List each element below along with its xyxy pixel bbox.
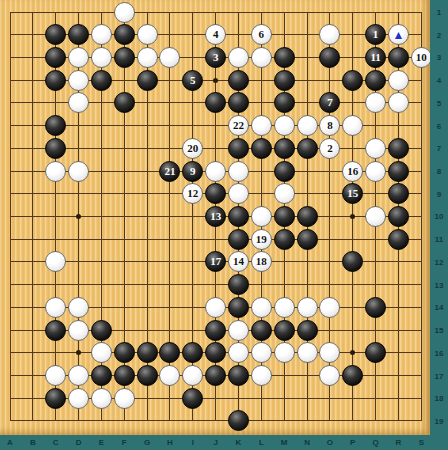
stone-P9[interactable]: 15 (342, 183, 363, 204)
stone-R3[interactable] (388, 47, 409, 68)
stone-J12[interactable]: 17 (205, 251, 226, 272)
stone-P17[interactable] (342, 365, 363, 386)
stone-K4[interactable] (228, 70, 249, 91)
stone-O16[interactable] (319, 342, 340, 363)
column-label-A: A (7, 438, 13, 447)
row-label-16: 16 (435, 348, 444, 357)
stone-K8[interactable] (228, 161, 249, 182)
stone-D4[interactable] (68, 70, 89, 91)
stone-C8[interactable] (45, 161, 66, 182)
stone-J16[interactable] (205, 342, 226, 363)
stone-J2[interactable]: 4 (205, 24, 226, 45)
stone-M8[interactable] (274, 161, 295, 182)
move-number-label: 6 (259, 29, 265, 40)
stone-N15[interactable] (297, 320, 318, 341)
stone-I7[interactable]: 20 (182, 138, 203, 159)
stone-C12[interactable] (45, 251, 66, 272)
stone-N11[interactable] (297, 229, 318, 250)
column-label-C: C (53, 438, 59, 447)
stone-C17[interactable] (45, 365, 66, 386)
stone-Q16[interactable] (365, 342, 386, 363)
stone-R4[interactable] (388, 70, 409, 91)
stone-O3[interactable] (319, 47, 340, 68)
move-number-label: 9 (190, 166, 196, 177)
move-number-label: 8 (327, 120, 333, 131)
row-label-17: 17 (435, 371, 444, 380)
stone-K6[interactable]: 22 (228, 115, 249, 136)
row-label-19: 19 (435, 416, 444, 425)
move-number-label: 15 (347, 188, 358, 199)
stone-E18[interactable] (91, 388, 112, 409)
star-point (350, 350, 355, 355)
stone-M5[interactable] (274, 92, 295, 113)
stone-I18[interactable] (182, 388, 203, 409)
row-label-1: 1 (437, 8, 441, 17)
stone-G4[interactable] (137, 70, 158, 91)
stone-D5[interactable] (68, 92, 89, 113)
row-label-18: 18 (435, 394, 444, 403)
stone-D3[interactable] (68, 47, 89, 68)
move-number-label: 1 (373, 29, 379, 40)
row-label-12: 12 (435, 257, 444, 266)
stone-P6[interactable] (342, 115, 363, 136)
stone-K14[interactable] (228, 297, 249, 318)
stone-M14[interactable] (274, 297, 295, 318)
stone-M10[interactable] (274, 206, 295, 227)
stone-Q14[interactable] (365, 297, 386, 318)
row-label-5: 5 (437, 98, 441, 107)
stone-G17[interactable] (137, 365, 158, 386)
grid-line-horizontal (10, 420, 421, 421)
grid-line-horizontal (10, 284, 421, 285)
stone-Q2[interactable]: 1 (365, 24, 386, 45)
move-number-label: 3 (213, 52, 219, 63)
stone-D2[interactable] (68, 24, 89, 45)
column-label-B: B (30, 438, 36, 447)
column-label-I: I (192, 438, 194, 447)
move-number-label: 22 (233, 120, 244, 131)
stone-P8[interactable]: 16 (342, 161, 363, 182)
stone-L2[interactable]: 6 (251, 24, 272, 45)
row-label-9: 9 (437, 189, 441, 198)
stone-F18[interactable] (114, 388, 135, 409)
stone-L11[interactable]: 19 (251, 229, 272, 250)
stone-C18[interactable] (45, 388, 66, 409)
stone-G16[interactable] (137, 342, 158, 363)
stone-D17[interactable] (68, 365, 89, 386)
stone-E16[interactable] (91, 342, 112, 363)
star-point (350, 214, 355, 219)
stone-O17[interactable] (319, 365, 340, 386)
stone-F1[interactable] (114, 2, 135, 23)
stone-K11[interactable] (228, 229, 249, 250)
stone-J5[interactable] (205, 92, 226, 113)
go-board[interactable]: 461▲31110572282022191612151319171418 (0, 0, 430, 436)
stone-R10[interactable] (388, 206, 409, 227)
row-label-10: 10 (435, 212, 444, 221)
stone-C7[interactable] (45, 138, 66, 159)
stone-H17[interactable] (159, 365, 180, 386)
stone-L12[interactable]: 18 (251, 251, 272, 272)
row-label-6: 6 (437, 121, 441, 130)
stone-G2[interactable] (137, 24, 158, 45)
stone-M7[interactable] (274, 138, 295, 159)
stone-H8[interactable]: 21 (159, 161, 180, 182)
row-label-11: 11 (435, 235, 443, 244)
stone-I17[interactable] (182, 365, 203, 386)
stone-R9[interactable] (388, 183, 409, 204)
grid-line-horizontal (10, 239, 421, 240)
row-label-2: 2 (437, 30, 441, 39)
grid-line-vertical (421, 12, 422, 421)
stone-K13[interactable] (228, 274, 249, 295)
column-label-N: N (304, 438, 310, 447)
stone-P4[interactable] (342, 70, 363, 91)
row-label-8: 8 (437, 167, 441, 176)
stone-L15[interactable] (251, 320, 272, 341)
stone-N14[interactable] (297, 297, 318, 318)
stone-K7[interactable] (228, 138, 249, 159)
move-number-label: 19 (256, 234, 267, 245)
stone-K17[interactable] (228, 365, 249, 386)
stone-E15[interactable] (91, 320, 112, 341)
stone-J9[interactable] (205, 183, 226, 204)
column-label-F: F (122, 438, 127, 447)
stone-D14[interactable] (68, 297, 89, 318)
stone-J17[interactable] (205, 365, 226, 386)
stone-Q7[interactable] (365, 138, 386, 159)
stone-N10[interactable] (297, 206, 318, 227)
column-label-Q: Q (372, 438, 378, 447)
stone-E17[interactable] (91, 365, 112, 386)
column-coordinate-strip: ABCDEFGHIJKLMNOPQRS (0, 435, 430, 450)
stone-L7[interactable] (251, 138, 272, 159)
stone-K3[interactable] (228, 47, 249, 68)
column-label-S: S (419, 438, 424, 447)
move-number-label: 10 (416, 52, 427, 63)
stone-M4[interactable] (274, 70, 295, 91)
move-number-label: 14 (233, 256, 244, 267)
stone-E2[interactable] (91, 24, 112, 45)
stone-J8[interactable] (205, 161, 226, 182)
stone-O7[interactable]: 2 (319, 138, 340, 159)
column-label-M: M (281, 438, 288, 447)
stone-F2[interactable] (114, 24, 135, 45)
stone-N7[interactable] (297, 138, 318, 159)
stone-Q4[interactable] (365, 70, 386, 91)
stone-K5[interactable] (228, 92, 249, 113)
move-number-label: 13 (210, 211, 221, 222)
stone-J3[interactable]: 3 (205, 47, 226, 68)
stone-C2[interactable] (45, 24, 66, 45)
stone-L17[interactable] (251, 365, 272, 386)
stone-I16[interactable] (182, 342, 203, 363)
row-label-4: 4 (437, 76, 441, 85)
move-number-label: 2 (327, 143, 333, 154)
stone-F16[interactable] (114, 342, 135, 363)
stone-K16[interactable] (228, 342, 249, 363)
stone-C15[interactable] (45, 320, 66, 341)
stone-K9[interactable] (228, 183, 249, 204)
row-label-7: 7 (437, 144, 441, 153)
stone-D8[interactable] (68, 161, 89, 182)
star-point (76, 350, 81, 355)
stone-R7[interactable] (388, 138, 409, 159)
stone-H3[interactable] (159, 47, 180, 68)
stone-N6[interactable] (297, 115, 318, 136)
stone-O14[interactable] (319, 297, 340, 318)
column-label-R: R (396, 438, 402, 447)
move-number-label: 7 (327, 97, 333, 108)
column-label-O: O (327, 438, 333, 447)
stone-I4[interactable]: 5 (182, 70, 203, 91)
stone-F3[interactable] (114, 47, 135, 68)
stone-L16[interactable] (251, 342, 272, 363)
stone-K10[interactable] (228, 206, 249, 227)
stone-F5[interactable] (114, 92, 135, 113)
row-coordinate-strip: 12345678910111213141516171819 (430, 0, 448, 450)
move-number-label: 20 (187, 143, 198, 154)
stone-J14[interactable] (205, 297, 226, 318)
stone-D18[interactable] (68, 388, 89, 409)
stone-L14[interactable] (251, 297, 272, 318)
stone-R2[interactable]: ▲ (388, 24, 409, 45)
move-number-label: 12 (187, 188, 198, 199)
stone-D15[interactable] (68, 320, 89, 341)
stone-Q3[interactable]: 11 (365, 47, 386, 68)
star-point (213, 78, 218, 83)
stone-M3[interactable] (274, 47, 295, 68)
move-number-label: 17 (210, 256, 221, 267)
stone-K12[interactable]: 14 (228, 251, 249, 272)
stone-C4[interactable] (45, 70, 66, 91)
stone-K15[interactable] (228, 320, 249, 341)
stone-H16[interactable] (159, 342, 180, 363)
go-board-screen: 461▲31110572282022191612151319171418 123… (0, 0, 448, 450)
stone-L3[interactable] (251, 47, 272, 68)
stone-M11[interactable] (274, 229, 295, 250)
stone-M6[interactable] (274, 115, 295, 136)
column-label-J: J (213, 438, 217, 447)
stone-C6[interactable] (45, 115, 66, 136)
stone-C3[interactable] (45, 47, 66, 68)
stone-M9[interactable] (274, 183, 295, 204)
move-number-label: 4 (213, 29, 219, 40)
stone-M15[interactable] (274, 320, 295, 341)
stone-G3[interactable] (137, 47, 158, 68)
column-label-K: K (236, 438, 242, 447)
move-number-label: 21 (164, 166, 175, 177)
stone-N16[interactable] (297, 342, 318, 363)
column-label-H: H (167, 438, 173, 447)
stone-J10[interactable]: 13 (205, 206, 226, 227)
stone-P12[interactable] (342, 251, 363, 272)
stone-O2[interactable] (319, 24, 340, 45)
move-number-label: 16 (347, 166, 358, 177)
stone-O5[interactable]: 7 (319, 92, 340, 113)
stone-K19[interactable] (228, 410, 249, 431)
column-label-D: D (76, 438, 82, 447)
stone-E3[interactable] (91, 47, 112, 68)
stone-M16[interactable] (274, 342, 295, 363)
column-label-G: G (144, 438, 150, 447)
star-point (76, 214, 81, 219)
row-label-13: 13 (435, 280, 444, 289)
move-number-label: 5 (190, 75, 196, 86)
row-label-15: 15 (435, 326, 444, 335)
stone-R8[interactable] (388, 161, 409, 182)
stone-J15[interactable] (205, 320, 226, 341)
column-label-E: E (99, 438, 104, 447)
move-number-label: 18 (256, 256, 267, 267)
stone-R11[interactable] (388, 229, 409, 250)
stone-I9[interactable]: 12 (182, 183, 203, 204)
stone-F17[interactable] (114, 365, 135, 386)
stone-L6[interactable] (251, 115, 272, 136)
row-label-14: 14 (435, 303, 444, 312)
stone-E4[interactable] (91, 70, 112, 91)
stone-L10[interactable] (251, 206, 272, 227)
column-label-L: L (259, 438, 264, 447)
stone-I8[interactable]: 9 (182, 161, 203, 182)
row-label-3: 3 (437, 53, 441, 62)
stone-Q8[interactable] (365, 161, 386, 182)
move-number-label: 11 (370, 52, 380, 63)
stone-C14[interactable] (45, 297, 66, 318)
stone-Q10[interactable] (365, 206, 386, 227)
stone-R5[interactable] (388, 92, 409, 113)
column-label-P: P (350, 438, 355, 447)
triangle-marker-icon: ▲ (392, 29, 404, 41)
stone-O6[interactable]: 8 (319, 115, 340, 136)
stone-S3[interactable]: 10 (411, 47, 432, 68)
stone-Q5[interactable] (365, 92, 386, 113)
